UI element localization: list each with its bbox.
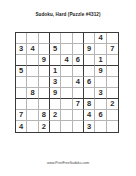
cell-r9c9[interactable] (107, 121, 118, 132)
cell-r6c7[interactable] (84, 88, 95, 99)
cell-r5c3[interactable] (39, 77, 50, 88)
cell-r9c2[interactable] (27, 121, 38, 132)
cell-r3c5[interactable]: 4 (61, 55, 72, 66)
cell-r3c7[interactable] (84, 55, 95, 66)
cell-r9c6[interactable] (73, 121, 84, 132)
cell-r3c1[interactable] (16, 55, 27, 66)
cell-r7c6[interactable]: 7 (73, 99, 84, 110)
cell-r4c8[interactable]: 9 (95, 66, 106, 77)
cell-r5c1[interactable] (16, 77, 27, 88)
cell-r1c1[interactable] (16, 33, 27, 44)
cell-r4c4[interactable]: 1 (50, 66, 61, 77)
cell-r7c4[interactable] (50, 99, 61, 110)
cell-r7c8[interactable] (95, 99, 106, 110)
cell-r3c8[interactable]: 1 (95, 55, 106, 66)
cell-r5c9[interactable] (107, 77, 118, 88)
cell-r7c1[interactable] (16, 99, 27, 110)
cell-r4c6[interactable] (73, 66, 84, 77)
cell-r5c4[interactable]: 3 (50, 77, 61, 88)
cell-r4c1[interactable]: 5 (16, 66, 27, 77)
cell-r5c5[interactable] (61, 77, 72, 88)
cell-r6c2[interactable]: 8 (27, 88, 38, 99)
cell-r9c5[interactable] (61, 121, 72, 132)
cell-r6c6[interactable] (73, 88, 84, 99)
cell-r6c1[interactable] (16, 88, 27, 99)
cell-r2c7[interactable]: 9 (84, 44, 95, 55)
cell-r8c2[interactable] (27, 110, 38, 121)
cell-r8c3[interactable]: 8 (39, 110, 50, 121)
cell-r1c5[interactable] (61, 33, 72, 44)
cell-r9c7[interactable]: 3 (84, 121, 95, 132)
cell-r5c8[interactable] (95, 77, 106, 88)
cell-r1c9[interactable] (107, 33, 118, 44)
page-title: Sudoku, Hard (Puzzle #4312) (0, 12, 136, 17)
cell-r9c4[interactable] (50, 121, 61, 132)
cell-r6c3[interactable] (39, 88, 50, 99)
cell-r6c9[interactable] (107, 88, 118, 99)
cell-r2c6[interactable] (73, 44, 84, 55)
cell-r4c3[interactable] (39, 66, 50, 77)
cell-r2c4[interactable]: 5 (50, 44, 61, 55)
cell-r7c9[interactable]: 2 (107, 99, 118, 110)
cell-r1c6[interactable] (73, 33, 84, 44)
cell-r2c2[interactable]: 4 (27, 44, 38, 55)
cell-r8c5[interactable] (61, 110, 72, 121)
cell-r8c8[interactable]: 6 (95, 110, 106, 121)
sudoku-page: Sudoku, Hard (Puzzle #4312) 434597946151… (0, 0, 136, 176)
cell-r2c5[interactable] (61, 44, 72, 55)
cell-r8c7[interactable]: 4 (84, 110, 95, 121)
cell-r4c9[interactable] (107, 66, 118, 77)
cell-r1c4[interactable] (50, 33, 61, 44)
cell-r5c2[interactable] (27, 77, 38, 88)
cell-r8c9[interactable] (107, 110, 118, 121)
cell-r5c6[interactable]: 4 (73, 77, 84, 88)
cell-r2c9[interactable]: 7 (107, 44, 118, 55)
cell-r8c6[interactable] (73, 110, 84, 121)
cell-r4c5[interactable] (61, 66, 72, 77)
cell-r1c3[interactable] (39, 33, 50, 44)
cell-r3c9[interactable] (107, 55, 118, 66)
cell-r8c4[interactable]: 2 (50, 110, 61, 121)
cell-r9c1[interactable]: 4 (16, 121, 27, 132)
cell-r3c3[interactable]: 9 (39, 55, 50, 66)
cell-r6c5[interactable] (61, 88, 72, 99)
cell-r6c4[interactable]: 9 (50, 88, 61, 99)
cell-r5c7[interactable]: 6 (84, 77, 95, 88)
cell-r7c7[interactable]: 8 (84, 99, 95, 110)
cell-r1c8[interactable]: 4 (95, 33, 106, 44)
cell-r2c1[interactable]: 3 (16, 44, 27, 55)
cell-r1c2[interactable] (27, 33, 38, 44)
footer-url: www.PrintFreeSudoku.com (0, 161, 136, 165)
cell-r3c4[interactable] (50, 55, 61, 66)
cell-r1c7[interactable] (84, 33, 95, 44)
sudoku-board: 434597946151934689378278246423 (15, 32, 119, 133)
cell-r3c2[interactable] (27, 55, 38, 66)
cell-r4c2[interactable] (27, 66, 38, 77)
cell-r9c3[interactable]: 2 (39, 121, 50, 132)
cell-r2c8[interactable] (95, 44, 106, 55)
cell-r7c2[interactable] (27, 99, 38, 110)
cell-r3c6[interactable]: 6 (73, 55, 84, 66)
cell-r2c3[interactable] (39, 44, 50, 55)
cell-r7c3[interactable] (39, 99, 50, 110)
cell-r9c8[interactable] (95, 121, 106, 132)
cell-r4c7[interactable] (84, 66, 95, 77)
cell-r6c8[interactable]: 3 (95, 88, 106, 99)
cell-r8c1[interactable]: 7 (16, 110, 27, 121)
cell-r7c5[interactable] (61, 99, 72, 110)
